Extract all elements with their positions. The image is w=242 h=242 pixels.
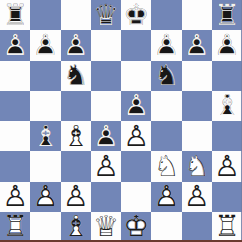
- square-e2[interactable]: [121, 182, 151, 212]
- square-d8[interactable]: ♛♕: [91, 0, 121, 30]
- black-pawn-h7[interactable]: ♟♙: [212, 30, 242, 60]
- white-pawn-e4[interactable]: ♟♙: [121, 121, 151, 151]
- black-pawn-c7[interactable]: ♟♙: [61, 30, 91, 60]
- square-b5[interactable]: [30, 91, 60, 121]
- square-e6[interactable]: [121, 61, 151, 91]
- black-knight-f6[interactable]: ♞♘: [151, 61, 181, 91]
- square-a5[interactable]: [0, 91, 30, 121]
- square-b2[interactable]: ♟♙: [30, 182, 60, 212]
- square-e1[interactable]: ♚♔: [121, 212, 151, 242]
- square-d6[interactable]: [91, 61, 121, 91]
- square-a4[interactable]: [0, 121, 30, 151]
- square-b7[interactable]: ♟♙: [30, 30, 60, 60]
- square-c8[interactable]: [61, 0, 91, 30]
- square-f3[interactable]: ♞♘: [151, 151, 181, 181]
- square-a8[interactable]: ♜♖: [0, 0, 30, 30]
- black-pawn-e5[interactable]: ♟♙: [121, 91, 151, 121]
- square-h6[interactable]: [212, 61, 242, 91]
- square-h4[interactable]: [212, 121, 242, 151]
- white-bishop-c1[interactable]: ♝♗: [61, 212, 91, 242]
- square-f2[interactable]: ♟♙: [151, 182, 181, 212]
- chess-board: ♜♖♛♕♚♔♜♖♟♙♟♙♟♙♟♙♟♙♟♙♞♘♞♘♟♙♝♗♝♗♝♗♟♙♟♙♟♙♞♘…: [0, 0, 242, 242]
- square-g6[interactable]: [182, 61, 212, 91]
- black-rook-a8[interactable]: ♜♖: [0, 0, 30, 30]
- square-h2[interactable]: [212, 182, 242, 212]
- white-pawn-d3[interactable]: ♟♙: [91, 151, 121, 181]
- white-queen-d1[interactable]: ♛♕: [91, 212, 121, 242]
- white-rook-h1[interactable]: ♜♖: [212, 212, 242, 242]
- square-a1[interactable]: ♜♖: [0, 212, 30, 242]
- square-c6[interactable]: ♞♘: [61, 61, 91, 91]
- square-d3[interactable]: ♟♙: [91, 151, 121, 181]
- square-f5[interactable]: [151, 91, 181, 121]
- square-f4[interactable]: [151, 121, 181, 151]
- black-pawn-g7[interactable]: ♟♙: [182, 30, 212, 60]
- square-h7[interactable]: ♟♙: [212, 30, 242, 60]
- white-rook-a1[interactable]: ♜♖: [0, 212, 30, 242]
- square-h8[interactable]: ♜♖: [212, 0, 242, 30]
- square-h1[interactable]: ♜♖: [212, 212, 242, 242]
- square-f6[interactable]: ♞♘: [151, 61, 181, 91]
- square-f1[interactable]: [151, 212, 181, 242]
- square-e5[interactable]: ♟♙: [121, 91, 151, 121]
- black-king-e8[interactable]: ♚♔: [121, 0, 151, 30]
- white-pawn-b2[interactable]: ♟♙: [30, 182, 60, 212]
- square-b6[interactable]: [30, 61, 60, 91]
- square-f8[interactable]: [151, 0, 181, 30]
- white-knight-f3[interactable]: ♞♘: [151, 151, 181, 181]
- square-b3[interactable]: [30, 151, 60, 181]
- black-queen-d8[interactable]: ♛♕: [91, 0, 121, 30]
- black-rook-h8[interactable]: ♜♖: [212, 0, 242, 30]
- black-bishop-h5[interactable]: ♝♗: [212, 91, 242, 121]
- square-g5[interactable]: [182, 91, 212, 121]
- square-g7[interactable]: ♟♙: [182, 30, 212, 60]
- square-c3[interactable]: [61, 151, 91, 181]
- square-c5[interactable]: [61, 91, 91, 121]
- square-f7[interactable]: ♟♙: [151, 30, 181, 60]
- square-h5[interactable]: ♝♗: [212, 91, 242, 121]
- square-h3[interactable]: ♟♙: [212, 151, 242, 181]
- square-a6[interactable]: [0, 61, 30, 91]
- square-e4[interactable]: ♟♙: [121, 121, 151, 151]
- board-right-edge: [241, 0, 242, 242]
- square-b8[interactable]: [30, 0, 60, 30]
- white-king-e1[interactable]: ♚♔: [121, 212, 151, 242]
- square-a3[interactable]: [0, 151, 30, 181]
- chess-board-container: ♜♖♛♕♚♔♜♖♟♙♟♙♟♙♟♙♟♙♟♙♞♘♞♘♟♙♝♗♝♗♝♗♟♙♟♙♟♙♞♘…: [0, 0, 242, 242]
- square-a2[interactable]: ♟♙: [0, 182, 30, 212]
- square-g3[interactable]: ♞♘: [182, 151, 212, 181]
- square-e3[interactable]: [121, 151, 151, 181]
- square-c2[interactable]: ♟♙: [61, 182, 91, 212]
- square-g4[interactable]: [182, 121, 212, 151]
- square-e8[interactable]: ♚♔: [121, 0, 151, 30]
- square-e7[interactable]: [121, 30, 151, 60]
- black-pawn-a7[interactable]: ♟♙: [0, 30, 30, 60]
- square-c4[interactable]: ♝♗: [61, 121, 91, 151]
- black-knight-c6[interactable]: ♞♘: [61, 61, 91, 91]
- square-g8[interactable]: [182, 0, 212, 30]
- square-c7[interactable]: ♟♙: [61, 30, 91, 60]
- square-b4[interactable]: ♝♗: [30, 121, 60, 151]
- black-bishop-b4[interactable]: ♝♗: [30, 121, 60, 151]
- square-g1[interactable]: [182, 212, 212, 242]
- white-pawn-f2[interactable]: ♟♙: [151, 182, 181, 212]
- white-knight-g3[interactable]: ♞♘: [182, 151, 212, 181]
- square-b1[interactable]: [30, 212, 60, 242]
- square-d4[interactable]: ♟♙: [91, 121, 121, 151]
- white-pawn-c2[interactable]: ♟♙: [61, 182, 91, 212]
- white-pawn-g2[interactable]: ♟♙: [182, 182, 212, 212]
- square-g2[interactable]: ♟♙: [182, 182, 212, 212]
- white-bishop-c4[interactable]: ♝♗: [61, 121, 91, 151]
- white-pawn-a2[interactable]: ♟♙: [0, 182, 30, 212]
- black-pawn-d4[interactable]: ♟♙: [91, 121, 121, 151]
- square-d5[interactable]: [91, 91, 121, 121]
- square-c1[interactable]: ♝♗: [61, 212, 91, 242]
- square-d2[interactable]: [91, 182, 121, 212]
- square-d1[interactable]: ♛♕: [91, 212, 121, 242]
- white-pawn-h3[interactable]: ♟♙: [212, 151, 242, 181]
- square-a7[interactable]: ♟♙: [0, 30, 30, 60]
- black-pawn-b7[interactable]: ♟♙: [30, 30, 60, 60]
- black-pawn-f7[interactable]: ♟♙: [151, 30, 181, 60]
- square-d7[interactable]: [91, 30, 121, 60]
